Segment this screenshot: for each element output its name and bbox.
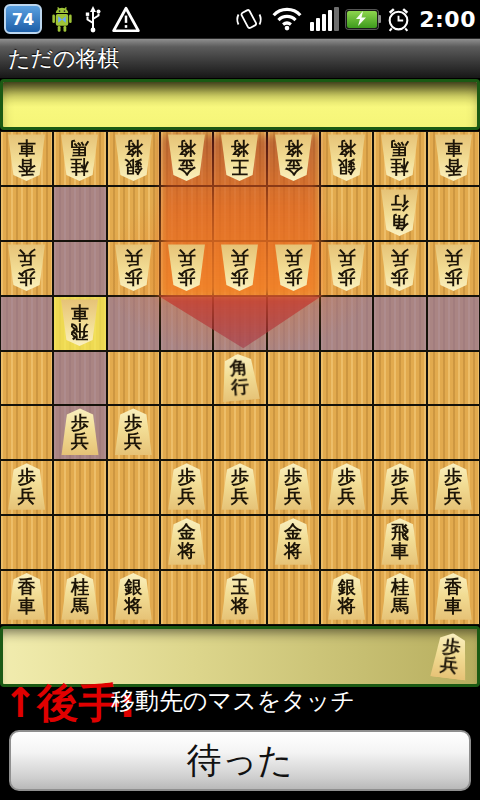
square-r9c8[interactable]: 桂馬	[374, 571, 425, 624]
square-r5c6[interactable]	[268, 352, 319, 405]
sente-piece[interactable]: 香車	[433, 573, 474, 620]
square-r9c7[interactable]: 銀将	[321, 571, 372, 624]
charging-battery-icon	[346, 10, 378, 29]
square-r8c8[interactable]: 飛車	[374, 516, 425, 569]
square-r9c4[interactable]	[161, 571, 212, 624]
gote-piece[interactable]: 飛車	[59, 299, 100, 346]
gote-piece[interactable]: 歩兵	[433, 244, 474, 291]
battery-percent: 74	[12, 10, 34, 29]
square-r3c5[interactable]: 歩兵	[214, 242, 265, 295]
square-r2c2[interactable]	[54, 187, 105, 240]
status-left-icons: 74	[4, 4, 141, 34]
square-r7c1[interactable]: 歩兵	[1, 461, 52, 514]
square-r6c7[interactable]	[321, 406, 372, 459]
square-r6c1[interactable]	[1, 406, 52, 459]
square-r9c3[interactable]: 銀将	[108, 571, 159, 624]
square-r7c8[interactable]: 歩兵	[374, 461, 425, 514]
sente-piece[interactable]: 桂馬	[59, 573, 100, 620]
sente-piece[interactable]: 金将	[166, 518, 207, 565]
square-r7c2[interactable]	[54, 461, 105, 514]
sente-captured-tray[interactable]: 歩兵	[0, 626, 480, 687]
square-r4c7[interactable]	[321, 297, 372, 350]
sente-piece[interactable]: 桂馬	[379, 573, 420, 620]
square-r6c6[interactable]	[268, 406, 319, 459]
sente-piece[interactable]: 歩兵	[59, 408, 100, 455]
square-r5c1[interactable]	[1, 352, 52, 405]
square-r4c1[interactable]	[1, 297, 52, 350]
title-bar: ただの将棋	[0, 38, 480, 78]
square-r2c4[interactable]	[161, 187, 212, 240]
square-r6c5[interactable]	[214, 406, 265, 459]
square-r9c9[interactable]: 香車	[428, 571, 479, 624]
sente-piece[interactable]: 香車	[6, 573, 47, 620]
square-r1c5[interactable]: 王将	[214, 132, 265, 185]
square-r8c2[interactable]	[54, 516, 105, 569]
sente-piece[interactable]: 歩兵	[379, 463, 420, 510]
square-r9c6[interactable]	[268, 571, 319, 624]
square-r4c2[interactable]: 飛車	[54, 297, 105, 350]
gote-piece[interactable]: 歩兵	[379, 244, 420, 291]
square-r6c2[interactable]: 歩兵	[54, 406, 105, 459]
shogi-app-screen: 74	[0, 0, 480, 800]
gote-piece[interactable]: 歩兵	[6, 244, 47, 291]
gote-piece[interactable]: 桂馬	[59, 134, 100, 181]
sente-piece[interactable]: 歩兵	[113, 408, 154, 455]
square-r5c7[interactable]	[321, 352, 372, 405]
square-r2c3[interactable]	[108, 187, 159, 240]
square-r3c4[interactable]: 歩兵	[161, 242, 212, 295]
sente-piece[interactable]: 銀将	[326, 573, 367, 620]
square-r9c5[interactable]: 玉将	[214, 571, 265, 624]
battery-level-badge: 74	[4, 4, 42, 34]
square-r3c8[interactable]: 歩兵	[374, 242, 425, 295]
square-r9c2[interactable]: 桂馬	[54, 571, 105, 624]
square-r1c4[interactable]: 金将	[161, 132, 212, 185]
square-r4c4[interactable]	[161, 297, 212, 350]
square-r8c1[interactable]	[1, 516, 52, 569]
gote-piece[interactable]: 銀将	[113, 134, 154, 181]
square-r4c5[interactable]	[214, 297, 265, 350]
square-r4c8[interactable]	[374, 297, 425, 350]
gote-piece[interactable]: 香車	[6, 134, 47, 181]
sente-captured-piece[interactable]: 歩兵	[428, 631, 472, 681]
square-r8c7[interactable]	[321, 516, 372, 569]
square-r2c8[interactable]: 角行	[374, 187, 425, 240]
sente-piece[interactable]: 角行	[218, 352, 263, 402]
android-usb-debug-icon	[49, 4, 75, 34]
sente-piece[interactable]: 歩兵	[326, 463, 367, 510]
square-r1c1[interactable]: 香車	[1, 132, 52, 185]
square-r8c9[interactable]	[428, 516, 479, 569]
square-r6c3[interactable]: 歩兵	[108, 406, 159, 459]
status-right-icons: 2:00	[234, 6, 476, 33]
sente-piece[interactable]: 歩兵	[219, 463, 260, 510]
square-r6c4[interactable]	[161, 406, 212, 459]
square-r3c1[interactable]: 歩兵	[1, 242, 52, 295]
square-r2c5[interactable]	[214, 187, 265, 240]
sente-piece[interactable]: 玉将	[219, 573, 260, 620]
square-r5c4[interactable]	[161, 352, 212, 405]
sente-piece[interactable]: 銀将	[113, 573, 154, 620]
square-r1c6[interactable]: 金将	[268, 132, 319, 185]
square-r1c7[interactable]: 銀将	[321, 132, 372, 185]
clock-time: 2:00	[419, 7, 476, 32]
square-r1c2[interactable]: 桂馬	[54, 132, 105, 185]
undo-button-label: 待った	[187, 737, 294, 784]
square-r3c9[interactable]: 歩兵	[428, 242, 479, 295]
shogi-board-grid: 香車桂馬銀将金将王将金将銀将桂馬香車角行歩兵歩兵歩兵歩兵歩兵歩兵歩兵歩兵飛車角行…	[0, 131, 480, 625]
square-r8c5[interactable]	[214, 516, 265, 569]
square-r9c1[interactable]: 香車	[1, 571, 52, 624]
gote-piece[interactable]: 銀将	[326, 134, 367, 181]
square-r7c3[interactable]	[108, 461, 159, 514]
square-r5c2[interactable]	[54, 352, 105, 405]
gote-piece[interactable]: 歩兵	[113, 244, 154, 291]
square-r3c7[interactable]: 歩兵	[321, 242, 372, 295]
square-r7c6[interactable]: 歩兵	[268, 461, 319, 514]
warning-icon	[111, 6, 141, 33]
square-r1c3[interactable]: 銀将	[108, 132, 159, 185]
gote-piece[interactable]: 王将	[219, 134, 260, 181]
message-zone: ↑後手: 移動先のマスをタッチ 待った	[0, 687, 480, 800]
gote-piece[interactable]: 歩兵	[166, 244, 207, 291]
square-r4c6[interactable]	[268, 297, 319, 350]
square-r8c3[interactable]	[108, 516, 159, 569]
square-r7c9[interactable]: 歩兵	[428, 461, 479, 514]
square-r2c1[interactable]	[1, 187, 52, 240]
square-r2c7[interactable]	[321, 187, 372, 240]
gote-piece[interactable]: 角行	[379, 189, 420, 236]
gote-piece[interactable]: 歩兵	[326, 244, 367, 291]
gote-piece[interactable]: 桂馬	[379, 134, 420, 181]
square-r4c3[interactable]	[108, 297, 159, 350]
gote-piece[interactable]: 金将	[166, 134, 207, 181]
square-r2c9[interactable]	[428, 187, 479, 240]
gote-piece[interactable]: 歩兵	[273, 244, 314, 291]
square-r3c2[interactable]	[54, 242, 105, 295]
sente-piece[interactable]: 金将	[273, 518, 314, 565]
square-r5c3[interactable]	[108, 352, 159, 405]
gote-piece[interactable]: 香車	[433, 134, 474, 181]
app-title: ただの将棋	[0, 44, 120, 74]
square-r7c5[interactable]: 歩兵	[214, 461, 265, 514]
square-r3c3[interactable]: 歩兵	[108, 242, 159, 295]
square-r6c9[interactable]	[428, 406, 479, 459]
square-r6c8[interactable]	[374, 406, 425, 459]
square-r1c9[interactable]: 香車	[428, 132, 479, 185]
sente-piece[interactable]: 歩兵	[166, 463, 207, 510]
sente-piece[interactable]: 歩兵	[6, 463, 47, 510]
square-r3c6[interactable]: 歩兵	[268, 242, 319, 295]
usb-icon	[82, 4, 104, 34]
square-r4c9[interactable]	[428, 297, 479, 350]
square-r8c4[interactable]: 金将	[161, 516, 212, 569]
sente-piece[interactable]: 飛車	[379, 518, 420, 565]
gote-piece[interactable]: 金将	[273, 134, 314, 181]
vibrate-icon	[234, 6, 264, 33]
square-r5c9[interactable]	[428, 352, 479, 405]
square-r1c8[interactable]: 桂馬	[374, 132, 425, 185]
instruction-text: 移動先のマスをタッチ	[111, 685, 355, 717]
sente-piece[interactable]: 歩兵	[433, 463, 474, 510]
status-bar: 74	[0, 0, 480, 38]
signal-strength-icon	[310, 7, 339, 31]
wifi-icon	[271, 7, 303, 31]
alarm-icon	[385, 6, 412, 33]
gote-captured-tray[interactable]	[0, 79, 480, 130]
square-r8c6[interactable]: 金将	[268, 516, 319, 569]
shogi-board: 香車桂馬銀将金将王将金将銀将桂馬香車角行歩兵歩兵歩兵歩兵歩兵歩兵歩兵歩兵飛車角行…	[0, 131, 480, 625]
square-r5c8[interactable]	[374, 352, 425, 405]
gote-piece[interactable]: 歩兵	[219, 244, 260, 291]
undo-matta-button[interactable]: 待った	[9, 730, 471, 791]
square-r7c4[interactable]: 歩兵	[161, 461, 212, 514]
square-r2c6[interactable]	[268, 187, 319, 240]
sente-piece[interactable]: 歩兵	[273, 463, 314, 510]
square-r7c7[interactable]: 歩兵	[321, 461, 372, 514]
square-r5c5[interactable]: 角行	[214, 352, 265, 405]
